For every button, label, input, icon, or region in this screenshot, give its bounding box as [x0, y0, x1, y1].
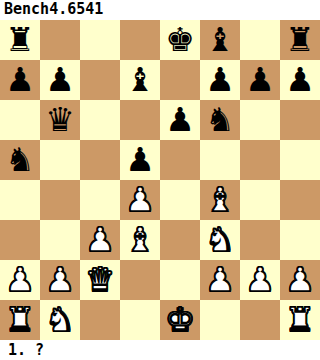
square-h2[interactable]: ♟ [280, 260, 320, 300]
square-g8[interactable] [240, 20, 280, 60]
square-d4[interactable]: ♟ [120, 180, 160, 220]
square-g7[interactable]: ♟ [240, 60, 280, 100]
piece-black-pawn: ♟ [165, 100, 195, 140]
square-d5[interactable]: ♟ [120, 140, 160, 180]
square-g5[interactable] [240, 140, 280, 180]
square-a4[interactable] [0, 180, 40, 220]
square-b2[interactable]: ♟ [40, 260, 80, 300]
square-c8[interactable] [80, 20, 120, 60]
piece-white-knight: ♞ [45, 300, 75, 340]
square-e6[interactable]: ♟ [160, 100, 200, 140]
square-a5[interactable]: ♞ [0, 140, 40, 180]
square-c1[interactable] [80, 300, 120, 340]
square-b4[interactable] [40, 180, 80, 220]
piece-black-pawn: ♟ [45, 60, 75, 100]
square-a6[interactable] [0, 100, 40, 140]
square-f3[interactable]: ♞ [200, 220, 240, 260]
square-h3[interactable] [280, 220, 320, 260]
piece-black-rook: ♜ [285, 20, 315, 60]
piece-white-rook: ♜ [285, 300, 315, 340]
square-b1[interactable]: ♞ [40, 300, 80, 340]
square-f1[interactable] [200, 300, 240, 340]
piece-black-king: ♚ [165, 20, 195, 60]
square-c2[interactable]: ♛ [80, 260, 120, 300]
square-d7[interactable]: ♝ [120, 60, 160, 100]
square-e5[interactable] [160, 140, 200, 180]
square-e7[interactable] [160, 60, 200, 100]
piece-black-pawn: ♟ [205, 60, 235, 100]
square-e4[interactable] [160, 180, 200, 220]
square-a3[interactable] [0, 220, 40, 260]
square-c7[interactable] [80, 60, 120, 100]
piece-black-knight: ♞ [5, 140, 35, 180]
square-h5[interactable] [280, 140, 320, 180]
square-g4[interactable] [240, 180, 280, 220]
piece-black-pawn: ♟ [125, 140, 155, 180]
square-e3[interactable] [160, 220, 200, 260]
piece-white-pawn: ♟ [85, 220, 115, 260]
square-d2[interactable] [120, 260, 160, 300]
move-prompt: 1. ? [0, 340, 320, 360]
square-f5[interactable] [200, 140, 240, 180]
square-d3[interactable]: ♝ [120, 220, 160, 260]
piece-white-queen: ♛ [85, 260, 115, 300]
piece-white-pawn: ♟ [245, 260, 275, 300]
square-b7[interactable]: ♟ [40, 60, 80, 100]
square-b5[interactable] [40, 140, 80, 180]
square-h7[interactable]: ♟ [280, 60, 320, 100]
square-c4[interactable] [80, 180, 120, 220]
piece-black-bishop: ♝ [205, 20, 235, 60]
square-c6[interactable] [80, 100, 120, 140]
square-e1[interactable]: ♚ [160, 300, 200, 340]
square-b8[interactable] [40, 20, 80, 60]
square-f7[interactable]: ♟ [200, 60, 240, 100]
piece-white-bishop: ♝ [125, 220, 155, 260]
square-b6[interactable]: ♛ [40, 100, 80, 140]
piece-black-knight: ♞ [205, 100, 235, 140]
piece-black-queen: ♛ [45, 100, 75, 140]
square-f6[interactable]: ♞ [200, 100, 240, 140]
square-h1[interactable]: ♜ [280, 300, 320, 340]
piece-white-knight: ♞ [205, 220, 235, 260]
square-g6[interactable] [240, 100, 280, 140]
window-title: Bench4.6541 [0, 0, 320, 20]
piece-black-bishop: ♝ [125, 60, 155, 100]
square-c5[interactable] [80, 140, 120, 180]
piece-white-king: ♚ [165, 300, 195, 340]
piece-white-pawn: ♟ [205, 260, 235, 300]
piece-white-pawn: ♟ [285, 260, 315, 300]
square-d1[interactable] [120, 300, 160, 340]
square-f4[interactable]: ♝ [200, 180, 240, 220]
square-g2[interactable]: ♟ [240, 260, 280, 300]
piece-white-bishop: ♝ [205, 180, 235, 220]
square-e8[interactable]: ♚ [160, 20, 200, 60]
square-g3[interactable] [240, 220, 280, 260]
square-d8[interactable] [120, 20, 160, 60]
piece-black-pawn: ♟ [245, 60, 275, 100]
square-g1[interactable] [240, 300, 280, 340]
piece-black-pawn: ♟ [285, 60, 315, 100]
square-c3[interactable]: ♟ [80, 220, 120, 260]
square-a2[interactable]: ♟ [0, 260, 40, 300]
piece-black-pawn: ♟ [5, 60, 35, 100]
chess-board: ♜♚♝♜♟♟♝♟♟♟♛♟♞♞♟♟♝♟♝♞♟♟♛♟♟♟♜♞♚♜ [0, 20, 320, 340]
piece-black-rook: ♜ [5, 20, 35, 60]
square-e2[interactable] [160, 260, 200, 300]
square-h8[interactable]: ♜ [280, 20, 320, 60]
piece-white-pawn: ♟ [5, 260, 35, 300]
square-h4[interactable] [280, 180, 320, 220]
piece-white-pawn: ♟ [125, 180, 155, 220]
square-h6[interactable] [280, 100, 320, 140]
square-a1[interactable]: ♜ [0, 300, 40, 340]
piece-white-pawn: ♟ [45, 260, 75, 300]
square-a8[interactable]: ♜ [0, 20, 40, 60]
square-b3[interactable] [40, 220, 80, 260]
square-d6[interactable] [120, 100, 160, 140]
square-f8[interactable]: ♝ [200, 20, 240, 60]
square-f2[interactable]: ♟ [200, 260, 240, 300]
square-a7[interactable]: ♟ [0, 60, 40, 100]
piece-white-rook: ♜ [5, 300, 35, 340]
